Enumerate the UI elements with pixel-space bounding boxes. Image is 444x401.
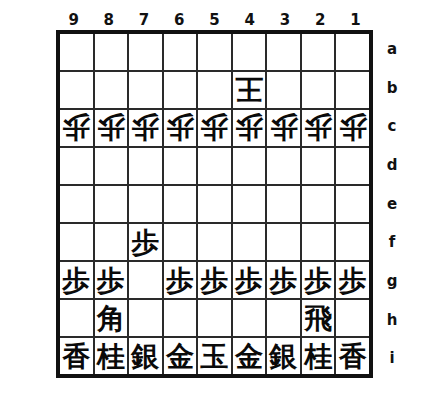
piece-sente-7i: 銀 (131, 343, 159, 371)
square-8d[interactable] (95, 148, 128, 184)
square-9i[interactable]: 香 (60, 338, 93, 374)
square-9g[interactable]: 歩 (60, 262, 93, 298)
square-4g[interactable]: 歩 (233, 262, 266, 298)
square-6h[interactable] (164, 300, 197, 336)
square-8f[interactable] (95, 224, 128, 260)
piece-sente-6g: 歩 (166, 267, 194, 295)
piece-sente-8i: 桂 (97, 343, 125, 371)
piece-sente-6i: 金 (166, 343, 194, 371)
square-9e[interactable] (60, 186, 93, 222)
square-9f[interactable] (60, 224, 93, 260)
square-3d[interactable] (267, 148, 300, 184)
square-3a[interactable] (267, 34, 300, 70)
square-5d[interactable] (198, 148, 231, 184)
square-3c[interactable]: 歩 (267, 110, 300, 146)
file-label-2: 2 (303, 13, 338, 28)
square-3g[interactable]: 歩 (267, 262, 300, 298)
square-5i[interactable]: 玉 (198, 338, 231, 374)
square-8c[interactable]: 歩 (95, 110, 128, 146)
file-label-3: 3 (267, 13, 302, 28)
square-4f[interactable] (233, 224, 266, 260)
square-2d[interactable] (302, 148, 335, 184)
square-2g[interactable]: 歩 (302, 262, 335, 298)
square-2i[interactable]: 桂 (302, 338, 335, 374)
file-label-4: 4 (232, 13, 267, 28)
square-1c[interactable]: 歩 (336, 110, 369, 146)
square-5a[interactable] (198, 34, 231, 70)
square-3e[interactable] (267, 186, 300, 222)
square-2f[interactable] (302, 224, 335, 260)
square-4a[interactable] (233, 34, 266, 70)
square-1a[interactable] (336, 34, 369, 70)
square-3h[interactable] (267, 300, 300, 336)
square-6e[interactable] (164, 186, 197, 222)
square-4b[interactable]: 王 (233, 72, 266, 108)
shogi-diagram: 987654321 abcdefghi 王歩歩歩歩歩歩歩歩歩歩歩歩歩歩歩歩歩歩角… (0, 0, 444, 401)
piece-sente-1i: 香 (339, 343, 367, 371)
square-6a[interactable] (164, 34, 197, 70)
piece-sente-3g: 歩 (270, 267, 298, 295)
square-9d[interactable] (60, 148, 93, 184)
rank-label-f: f (379, 223, 405, 262)
square-9a[interactable] (60, 34, 93, 70)
rank-label-h: h (379, 301, 405, 340)
square-7i[interactable]: 銀 (129, 338, 162, 374)
piece-gote-4b: 王 (235, 75, 263, 103)
square-7b[interactable] (129, 72, 162, 108)
square-6i[interactable]: 金 (164, 338, 197, 374)
square-1e[interactable] (336, 186, 369, 222)
square-4h[interactable] (233, 300, 266, 336)
rank-label-b: b (379, 69, 405, 108)
square-8a[interactable] (95, 34, 128, 70)
square-5c[interactable]: 歩 (198, 110, 231, 146)
square-4c[interactable]: 歩 (233, 110, 266, 146)
square-7d[interactable] (129, 148, 162, 184)
square-3f[interactable] (267, 224, 300, 260)
square-9c[interactable]: 歩 (60, 110, 93, 146)
piece-sente-5g: 歩 (200, 267, 228, 295)
piece-sente-9i: 香 (62, 343, 90, 371)
piece-gote-5c: 歩 (200, 113, 228, 141)
square-6g[interactable]: 歩 (164, 262, 197, 298)
piece-gote-6c: 歩 (166, 113, 194, 141)
square-2h[interactable]: 飛 (302, 300, 335, 336)
rank-label-i: i (379, 339, 405, 378)
piece-gote-7c: 歩 (131, 113, 159, 141)
rank-label-d: d (379, 146, 405, 185)
file-label-1: 1 (338, 13, 373, 28)
piece-sente-2g: 歩 (304, 267, 332, 295)
square-1d[interactable] (336, 148, 369, 184)
rank-label-a: a (379, 30, 405, 69)
square-7f[interactable]: 歩 (129, 224, 162, 260)
square-9h[interactable] (60, 300, 93, 336)
square-8e[interactable] (95, 186, 128, 222)
file-label-5: 5 (197, 13, 232, 28)
square-7h[interactable] (129, 300, 162, 336)
square-1g[interactable]: 歩 (336, 262, 369, 298)
square-5b[interactable] (198, 72, 231, 108)
square-4i[interactable]: 金 (233, 338, 266, 374)
square-2c[interactable]: 歩 (302, 110, 335, 146)
file-label-9: 9 (56, 13, 91, 28)
square-6b[interactable] (164, 72, 197, 108)
square-6f[interactable] (164, 224, 197, 260)
piece-sente-4g: 歩 (235, 267, 263, 295)
square-1f[interactable] (336, 224, 369, 260)
square-7e[interactable] (129, 186, 162, 222)
piece-sente-1g: 歩 (339, 267, 367, 295)
square-5e[interactable] (198, 186, 231, 222)
square-2b[interactable] (302, 72, 335, 108)
piece-sente-8g: 歩 (97, 267, 125, 295)
square-5f[interactable] (198, 224, 231, 260)
rank-label-e: e (379, 185, 405, 224)
file-label-7: 7 (126, 13, 161, 28)
square-6c[interactable]: 歩 (164, 110, 197, 146)
piece-sente-2i: 桂 (304, 343, 332, 371)
rank-label-c: c (379, 107, 405, 146)
square-1b[interactable] (336, 72, 369, 108)
square-3b[interactable] (267, 72, 300, 108)
square-8b[interactable] (95, 72, 128, 108)
square-1i[interactable]: 香 (336, 338, 369, 374)
square-7c[interactable]: 歩 (129, 110, 162, 146)
square-8i[interactable]: 桂 (95, 338, 128, 374)
square-2a[interactable] (302, 34, 335, 70)
square-3i[interactable]: 銀 (267, 338, 300, 374)
file-label-8: 8 (91, 13, 126, 28)
file-label-6: 6 (162, 13, 197, 28)
square-8g[interactable]: 歩 (95, 262, 128, 298)
piece-gote-3c: 歩 (270, 113, 298, 141)
square-9b[interactable] (60, 72, 93, 108)
piece-sente-3i: 銀 (270, 343, 298, 371)
piece-sente-8h: 角 (97, 305, 125, 333)
piece-sente-9g: 歩 (62, 267, 90, 295)
square-8h[interactable]: 角 (95, 300, 128, 336)
rank-label-g: g (379, 262, 405, 301)
square-4e[interactable] (233, 186, 266, 222)
square-4d[interactable] (233, 148, 266, 184)
square-2e[interactable] (302, 186, 335, 222)
file-labels: 987654321 (56, 6, 373, 28)
shogi-board: 王歩歩歩歩歩歩歩歩歩歩歩歩歩歩歩歩歩歩角飛香桂銀金玉金銀桂香 (56, 30, 373, 378)
rank-labels: abcdefghi (379, 30, 405, 378)
piece-sente-4i: 金 (235, 343, 263, 371)
square-1h[interactable] (336, 300, 369, 336)
piece-gote-8c: 歩 (97, 113, 125, 141)
piece-gote-9c: 歩 (62, 113, 90, 141)
square-5h[interactable] (198, 300, 231, 336)
piece-gote-4c: 歩 (235, 113, 263, 141)
piece-sente-2h: 飛 (304, 305, 332, 333)
piece-gote-1c: 歩 (339, 113, 367, 141)
square-6d[interactable] (164, 148, 197, 184)
piece-sente-5i: 玉 (200, 343, 228, 371)
square-7g[interactable] (129, 262, 162, 298)
piece-gote-2c: 歩 (304, 113, 332, 141)
piece-sente-7f: 歩 (131, 229, 159, 257)
square-5g[interactable]: 歩 (198, 262, 231, 298)
square-7a[interactable] (129, 34, 162, 70)
